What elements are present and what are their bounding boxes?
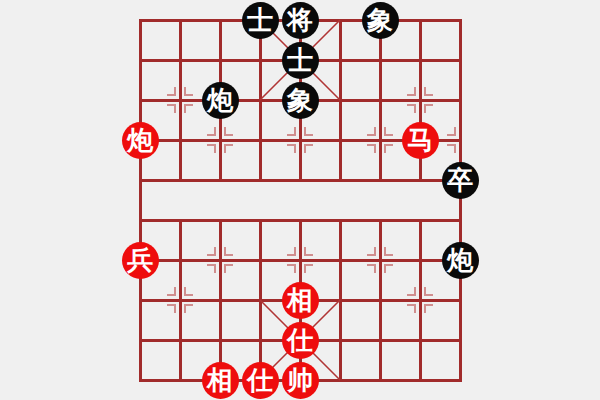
- piece-red-horse[interactable]: 马: [402, 122, 439, 159]
- piece-black-soldier[interactable]: 卒: [442, 162, 479, 199]
- piece-black-elephant[interactable]: 象: [282, 82, 319, 119]
- piece-black-advisor[interactable]: 士: [242, 2, 279, 39]
- piece-red-general[interactable]: 帅: [282, 362, 319, 399]
- piece-black-cannon[interactable]: 炮: [442, 242, 479, 279]
- piece-red-elephant[interactable]: 相: [282, 282, 319, 319]
- piece-red-advisor[interactable]: 仕: [242, 362, 279, 399]
- piece-red-soldier[interactable]: 兵: [122, 242, 159, 279]
- piece-black-cannon[interactable]: 炮: [202, 82, 239, 119]
- piece-black-advisor[interactable]: 士: [282, 42, 319, 79]
- piece-red-advisor[interactable]: 仕: [282, 322, 319, 359]
- pieces-layer: 士将象士炮象炮马卒兵炮相仕相仕帅: [0, 0, 600, 400]
- piece-black-general[interactable]: 将: [282, 2, 319, 39]
- piece-black-elephant[interactable]: 象: [362, 2, 399, 39]
- xiangqi-board-screenshot: 士将象士炮象炮马卒兵炮相仕相仕帅: [0, 0, 600, 400]
- piece-red-cannon[interactable]: 炮: [122, 122, 159, 159]
- piece-red-elephant[interactable]: 相: [202, 362, 239, 399]
